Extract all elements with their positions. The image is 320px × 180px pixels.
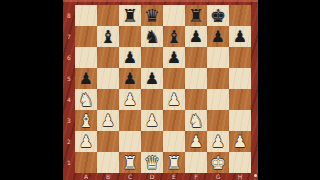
square-d7[interactable]: ♞: [141, 26, 163, 47]
piece-black-pawn-g7[interactable]: ♟: [211, 29, 225, 45]
square-h6[interactable]: [229, 47, 251, 68]
square-b6[interactable]: [97, 47, 119, 68]
piece-black-pawn-d5[interactable]: ♟: [145, 71, 159, 87]
piece-black-pawn-h7[interactable]: ♟: [233, 29, 247, 45]
piece-white-pawn-d3[interactable]: ♟: [145, 113, 159, 129]
frame-corner-dot: [254, 174, 257, 177]
square-d2[interactable]: [141, 131, 163, 152]
square-f4[interactable]: [185, 89, 207, 110]
piece-white-rook-c1[interactable]: ♜: [122, 154, 138, 172]
square-a1[interactable]: [75, 152, 97, 173]
screenshot-canvas: ♜♛♜♚♝♞♝♟♟♟♟♟♟♟♟♞♟♟♝♟♟♞♟♟♟♟♜♛♜♚ 87654321 …: [0, 0, 320, 180]
file-label-b: B: [97, 172, 119, 180]
square-e1[interactable]: ♜: [163, 152, 185, 173]
chess-board: ♜♛♜♚♝♞♝♟♟♟♟♟♟♟♟♞♟♟♝♟♟♞♟♟♟♟♜♛♜♚: [75, 5, 251, 173]
square-h4[interactable]: [229, 89, 251, 110]
square-e4[interactable]: ♟: [163, 89, 185, 110]
square-e5[interactable]: [163, 68, 185, 89]
square-a3[interactable]: ♝: [75, 110, 97, 131]
file-label-g: G: [207, 172, 229, 180]
square-b8[interactable]: [97, 5, 119, 26]
piece-black-rook-f8[interactable]: ♜: [188, 7, 204, 25]
square-e6[interactable]: ♟: [163, 47, 185, 68]
piece-black-queen-d8[interactable]: ♛: [144, 7, 160, 25]
square-g1[interactable]: ♚: [207, 152, 229, 173]
square-b2[interactable]: [97, 131, 119, 152]
square-a4[interactable]: ♞: [75, 89, 97, 110]
square-h3[interactable]: [229, 110, 251, 131]
board-frame: ♜♛♜♚♝♞♝♟♟♟♟♟♟♟♟♞♟♟♝♟♟♞♟♟♟♟♜♛♜♚ 87654321 …: [63, 0, 258, 180]
square-g7[interactable]: ♟: [207, 26, 229, 47]
square-e7[interactable]: ♝: [163, 26, 185, 47]
piece-white-knight-f3[interactable]: ♞: [188, 112, 204, 130]
square-f1[interactable]: [185, 152, 207, 173]
piece-black-pawn-f7[interactable]: ♟: [189, 29, 203, 45]
square-f6[interactable]: [185, 47, 207, 68]
piece-black-bishop-b7[interactable]: ♝: [100, 28, 116, 46]
square-f2[interactable]: ♟: [185, 131, 207, 152]
piece-white-pawn-h2[interactable]: ♟: [233, 134, 247, 150]
file-label-c: C: [119, 172, 141, 180]
square-a7[interactable]: [75, 26, 97, 47]
square-h7[interactable]: ♟: [229, 26, 251, 47]
square-g5[interactable]: [207, 68, 229, 89]
square-f8[interactable]: ♜: [185, 5, 207, 26]
square-g2[interactable]: ♟: [207, 131, 229, 152]
piece-white-bishop-a3[interactable]: ♝: [78, 112, 94, 130]
piece-white-rook-e1[interactable]: ♜: [166, 154, 182, 172]
rank-label-3: 3: [63, 110, 75, 131]
piece-white-queen-d1[interactable]: ♛: [144, 154, 160, 172]
piece-black-knight-d7[interactable]: ♞: [144, 28, 160, 46]
square-e3[interactable]: [163, 110, 185, 131]
piece-white-pawn-a2[interactable]: ♟: [79, 134, 93, 150]
square-d5[interactable]: ♟: [141, 68, 163, 89]
square-c4[interactable]: ♟: [119, 89, 141, 110]
piece-black-bishop-e7[interactable]: ♝: [166, 28, 182, 46]
square-b4[interactable]: [97, 89, 119, 110]
square-h5[interactable]: [229, 68, 251, 89]
square-b5[interactable]: [97, 68, 119, 89]
square-g4[interactable]: [207, 89, 229, 110]
square-e2[interactable]: [163, 131, 185, 152]
square-f3[interactable]: ♞: [185, 110, 207, 131]
file-label-h: H: [229, 172, 251, 180]
piece-black-pawn-c6[interactable]: ♟: [123, 50, 137, 66]
piece-black-rook-c8[interactable]: ♜: [122, 7, 138, 25]
square-b7[interactable]: ♝: [97, 26, 119, 47]
square-d8[interactable]: ♛: [141, 5, 163, 26]
piece-white-pawn-b3[interactable]: ♟: [101, 113, 115, 129]
piece-black-pawn-e6[interactable]: ♟: [167, 50, 181, 66]
piece-white-pawn-g2[interactable]: ♟: [211, 134, 225, 150]
rank-label-8: 8: [63, 5, 75, 26]
frame-top-highlight: [63, 0, 258, 2]
square-a6[interactable]: [75, 47, 97, 68]
square-c5[interactable]: ♟: [119, 68, 141, 89]
file-label-f: F: [185, 172, 207, 180]
square-f7[interactable]: ♟: [185, 26, 207, 47]
piece-black-king-g8[interactable]: ♚: [210, 7, 226, 25]
square-c1[interactable]: ♜: [119, 152, 141, 173]
square-g8[interactable]: ♚: [207, 5, 229, 26]
square-d1[interactable]: ♛: [141, 152, 163, 173]
piece-black-pawn-c5[interactable]: ♟: [123, 71, 137, 87]
piece-white-pawn-f2[interactable]: ♟: [189, 134, 203, 150]
square-c6[interactable]: ♟: [119, 47, 141, 68]
file-label-d: D: [141, 172, 163, 180]
square-c8[interactable]: ♜: [119, 5, 141, 26]
square-c7[interactable]: [119, 26, 141, 47]
square-a8[interactable]: [75, 5, 97, 26]
square-h1[interactable]: [229, 152, 251, 173]
rank-label-2: 2: [63, 131, 75, 152]
piece-white-pawn-c4[interactable]: ♟: [123, 92, 137, 108]
rank-label-6: 6: [63, 47, 75, 68]
rank-label-7: 7: [63, 26, 75, 47]
piece-white-pawn-e4[interactable]: ♟: [167, 92, 181, 108]
square-h8[interactable]: [229, 5, 251, 26]
file-label-e: E: [163, 172, 185, 180]
square-c3[interactable]: [119, 110, 141, 131]
piece-white-king-g1[interactable]: ♚: [210, 154, 226, 172]
square-d3[interactable]: ♟: [141, 110, 163, 131]
square-h2[interactable]: ♟: [229, 131, 251, 152]
square-a5[interactable]: ♟: [75, 68, 97, 89]
file-label-a: A: [75, 172, 97, 180]
square-c2[interactable]: [119, 131, 141, 152]
square-b3[interactable]: ♟: [97, 110, 119, 131]
square-a2[interactable]: ♟: [75, 131, 97, 152]
piece-white-knight-a4[interactable]: ♞: [78, 91, 94, 109]
square-g6[interactable]: [207, 47, 229, 68]
square-e8[interactable]: [163, 5, 185, 26]
square-d4[interactable]: [141, 89, 163, 110]
rank-label-4: 4: [63, 89, 75, 110]
rank-label-5: 5: [63, 68, 75, 89]
piece-black-pawn-a5[interactable]: ♟: [79, 71, 93, 87]
square-d6[interactable]: [141, 47, 163, 68]
square-f5[interactable]: [185, 68, 207, 89]
square-b1[interactable]: [97, 152, 119, 173]
square-g3[interactable]: [207, 110, 229, 131]
rank-label-1: 1: [63, 152, 75, 173]
